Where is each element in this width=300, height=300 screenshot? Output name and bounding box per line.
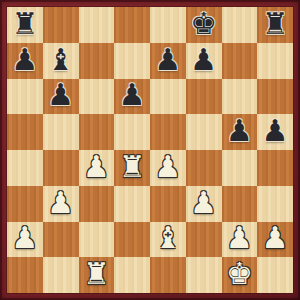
- piece-black-pawn[interactable]: ♟: [154, 45, 181, 75]
- piece-black-pawn[interactable]: ♟: [47, 80, 74, 110]
- square-g5[interactable]: ♟: [222, 114, 258, 150]
- square-g3[interactable]: [222, 186, 258, 222]
- square-g8[interactable]: [222, 7, 258, 43]
- square-c1[interactable]: ♜: [79, 257, 115, 293]
- piece-white-rook[interactable]: ♜: [83, 259, 110, 289]
- square-g1[interactable]: ♚: [222, 257, 258, 293]
- piece-black-pawn[interactable]: ♟: [262, 116, 289, 146]
- piece-white-pawn[interactable]: ♟: [47, 188, 74, 218]
- square-e4[interactable]: ♟: [150, 150, 186, 186]
- square-a5[interactable]: [7, 114, 43, 150]
- square-d3[interactable]: [114, 186, 150, 222]
- square-g4[interactable]: [222, 150, 258, 186]
- square-d1[interactable]: [114, 257, 150, 293]
- square-c7[interactable]: [79, 43, 115, 79]
- square-e5[interactable]: [150, 114, 186, 150]
- square-c4[interactable]: ♟: [79, 150, 115, 186]
- square-a4[interactable]: [7, 150, 43, 186]
- square-d7[interactable]: [114, 43, 150, 79]
- square-a3[interactable]: [7, 186, 43, 222]
- square-e1[interactable]: [150, 257, 186, 293]
- square-f6[interactable]: [186, 79, 222, 115]
- square-d8[interactable]: [114, 7, 150, 43]
- square-c5[interactable]: [79, 114, 115, 150]
- square-b5[interactable]: [43, 114, 79, 150]
- piece-black-bishop[interactable]: ♝: [47, 45, 74, 75]
- piece-white-king[interactable]: ♚: [226, 259, 253, 289]
- piece-white-pawn[interactable]: ♟: [11, 223, 38, 253]
- square-a6[interactable]: [7, 79, 43, 115]
- piece-white-pawn[interactable]: ♟: [154, 152, 181, 182]
- square-d2[interactable]: [114, 222, 150, 258]
- board-frame: ♜♚♜♟♝♟♟♟♟♟♟♟♜♟♟♟♟♝♟♟♜♚: [0, 0, 300, 300]
- square-c3[interactable]: [79, 186, 115, 222]
- square-f5[interactable]: [186, 114, 222, 150]
- piece-white-pawn[interactable]: ♟: [190, 188, 217, 218]
- square-e2[interactable]: ♝: [150, 222, 186, 258]
- square-f2[interactable]: [186, 222, 222, 258]
- square-f8[interactable]: ♚: [186, 7, 222, 43]
- piece-black-pawn[interactable]: ♟: [190, 45, 217, 75]
- square-b4[interactable]: [43, 150, 79, 186]
- square-f3[interactable]: ♟: [186, 186, 222, 222]
- square-e3[interactable]: [150, 186, 186, 222]
- piece-black-king[interactable]: ♚: [190, 9, 217, 39]
- square-h5[interactable]: ♟: [257, 114, 293, 150]
- square-g6[interactable]: [222, 79, 258, 115]
- square-g7[interactable]: [222, 43, 258, 79]
- square-h1[interactable]: [257, 257, 293, 293]
- square-b3[interactable]: ♟: [43, 186, 79, 222]
- square-f4[interactable]: [186, 150, 222, 186]
- square-e7[interactable]: ♟: [150, 43, 186, 79]
- piece-black-pawn[interactable]: ♟: [226, 116, 253, 146]
- square-h6[interactable]: [257, 79, 293, 115]
- square-c6[interactable]: [79, 79, 115, 115]
- piece-black-pawn[interactable]: ♟: [11, 45, 38, 75]
- square-e6[interactable]: [150, 79, 186, 115]
- square-h8[interactable]: ♜: [257, 7, 293, 43]
- square-h4[interactable]: [257, 150, 293, 186]
- square-a7[interactable]: ♟: [7, 43, 43, 79]
- square-b7[interactable]: ♝: [43, 43, 79, 79]
- piece-black-pawn[interactable]: ♟: [119, 80, 146, 110]
- square-c2[interactable]: [79, 222, 115, 258]
- square-f1[interactable]: [186, 257, 222, 293]
- square-d5[interactable]: [114, 114, 150, 150]
- piece-white-bishop[interactable]: ♝: [154, 223, 181, 253]
- piece-black-rook[interactable]: ♜: [262, 9, 289, 39]
- square-a1[interactable]: [7, 257, 43, 293]
- square-a8[interactable]: ♜: [7, 7, 43, 43]
- square-d4[interactable]: ♜: [114, 150, 150, 186]
- square-h2[interactable]: ♟: [257, 222, 293, 258]
- square-f7[interactable]: ♟: [186, 43, 222, 79]
- piece-white-rook[interactable]: ♜: [119, 152, 146, 182]
- square-b6[interactable]: ♟: [43, 79, 79, 115]
- square-c8[interactable]: [79, 7, 115, 43]
- square-h3[interactable]: [257, 186, 293, 222]
- chess-board: ♜♚♜♟♝♟♟♟♟♟♟♟♜♟♟♟♟♝♟♟♜♚: [7, 7, 293, 293]
- square-a2[interactable]: ♟: [7, 222, 43, 258]
- square-b8[interactable]: [43, 7, 79, 43]
- square-b2[interactable]: [43, 222, 79, 258]
- piece-black-rook[interactable]: ♜: [11, 9, 38, 39]
- piece-white-pawn[interactable]: ♟: [83, 152, 110, 182]
- square-e8[interactable]: [150, 7, 186, 43]
- piece-white-pawn[interactable]: ♟: [226, 223, 253, 253]
- square-h7[interactable]: [257, 43, 293, 79]
- square-b1[interactable]: [43, 257, 79, 293]
- square-g2[interactable]: ♟: [222, 222, 258, 258]
- square-d6[interactable]: ♟: [114, 79, 150, 115]
- piece-white-pawn[interactable]: ♟: [262, 223, 289, 253]
